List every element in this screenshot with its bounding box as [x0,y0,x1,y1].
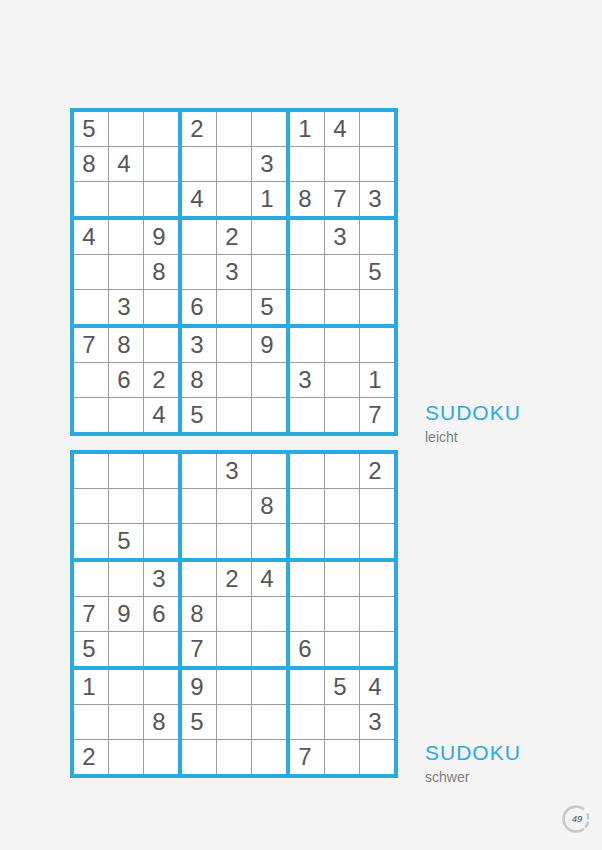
puzzle-title-leicht: SUDOKU [425,401,521,425]
sudoku-cell-r8c2: 6 [109,363,143,397]
sudoku-cell-r2c5[interactable] [217,147,251,181]
sudoku-cell-r3c6[interactable] [252,524,286,558]
sudoku-cell-r4c3: 3 [144,562,178,596]
sudoku-cell-r5c2[interactable] [109,255,143,289]
sudoku-cell-r2c1[interactable] [74,489,108,523]
sudoku-cell-r1c6[interactable] [252,454,286,488]
sudoku-cell-r6c1[interactable] [74,290,108,324]
sudoku-cell-r7c7[interactable] [290,670,324,704]
sudoku-cell-r5c4: 8 [182,597,216,631]
sudoku-cell-r6c3[interactable] [144,632,178,666]
sudoku-cell-r7c1: 1 [74,670,108,704]
sudoku-cell-r6c1: 5 [74,632,108,666]
sudoku-cell-r3c9[interactable] [360,524,394,558]
sudoku-cell-r9c5[interactable] [217,740,251,774]
sudoku-cell-r5c9[interactable] [360,597,394,631]
sudoku-box: 584 [74,112,178,216]
sudoku-cell-r2c8[interactable] [325,489,359,523]
sudoku-cell-r7c2[interactable] [109,670,143,704]
sudoku-cell-r8c2[interactable] [109,705,143,739]
sudoku-cell-r7c3[interactable] [144,670,178,704]
sudoku-cell-r8c3: 2 [144,363,178,397]
sudoku-cell-r9c3: 4 [144,398,178,432]
sudoku-cell-r4c8: 3 [325,220,359,254]
puzzle-title-schwer: SUDOKU [425,741,521,765]
sudoku-cell-r3c5[interactable] [217,524,251,558]
sudoku-cell-r5c3: 6 [144,597,178,631]
sudoku-cell-r5c1: 7 [74,597,108,631]
sudoku-cell-r9c9: 7 [360,398,394,432]
sudoku-cell-r4c2[interactable] [109,562,143,596]
sudoku-box: 37965 [74,562,178,666]
sudoku-box: 95 [182,670,286,774]
sudoku-cell-r6c2[interactable] [109,632,143,666]
sudoku-cell-r1c1: 5 [74,112,108,146]
sudoku-box: 14873 [290,112,394,216]
sudoku-cell-r2c9[interactable] [360,147,394,181]
sudoku-cell-r8c6[interactable] [252,363,286,397]
sudoku-cell-r1c2[interactable] [109,112,143,146]
sudoku-cell-r4c4[interactable] [182,220,216,254]
sudoku-cell-r3c6: 1 [252,182,286,216]
sudoku-box: 5437 [290,670,394,774]
sudoku-cell-r8c8[interactable] [325,705,359,739]
sudoku-cell-r2c2: 4 [109,147,143,181]
sudoku-cell-r3c2: 5 [109,524,143,558]
sudoku-cell-r9c6[interactable] [252,740,286,774]
sudoku-cell-r7c5[interactable] [217,670,251,704]
sudoku-cell-r4c8[interactable] [325,562,359,596]
sudoku-cell-r6c9[interactable] [360,632,394,666]
sudoku-cell-r6c5[interactable] [217,290,251,324]
sudoku-cell-r9c1: 2 [74,740,108,774]
sudoku-cell-r2c7[interactable] [290,147,324,181]
sudoku-cell-r5c2: 9 [109,597,143,631]
sudoku-cell-r2c4[interactable] [182,147,216,181]
sudoku-cell-r6c6: 5 [252,290,286,324]
sudoku-cell-r4c9[interactable] [360,220,394,254]
sudoku-cell-r9c8[interactable] [325,398,359,432]
page-number: 49 [572,813,583,824]
sudoku-cell-r9c4[interactable] [182,740,216,774]
sudoku-cell-r8c4: 5 [182,705,216,739]
sudoku-cell-r4c9[interactable] [360,562,394,596]
sudoku-cell-r6c8[interactable] [325,632,359,666]
sudoku-cell-r1c9: 2 [360,454,394,488]
sudoku-cell-r3c8: 7 [325,182,359,216]
sudoku-cell-r3c7[interactable] [290,524,324,558]
sudoku-cell-r5c1[interactable] [74,255,108,289]
sudoku-cell-r9c3[interactable] [144,740,178,774]
sudoku-cell-r2c6: 8 [252,489,286,523]
sudoku-cell-r8c9: 1 [360,363,394,397]
sudoku-cell-r3c2[interactable] [109,182,143,216]
sudoku-grid-schwer: 53823796524876182955437 [70,450,398,778]
sudoku-cell-r1c1[interactable] [74,454,108,488]
sudoku-box: 38 [182,454,286,558]
sudoku-cell-r5c5[interactable] [217,597,251,631]
sudoku-cell-r7c4: 9 [182,670,216,704]
sudoku-cell-r2c8[interactable] [325,147,359,181]
sudoku-cell-r4c1[interactable] [74,562,108,596]
sudoku-cell-r1c5: 3 [217,454,251,488]
sudoku-cell-r1c5[interactable] [217,112,251,146]
sudoku-cell-r5c4[interactable] [182,255,216,289]
sudoku-cell-r3c4[interactable] [182,524,216,558]
sudoku-cell-r9c7[interactable] [290,398,324,432]
sudoku-cell-r4c6[interactable] [252,220,286,254]
puzzle-difficulty-schwer: schwer [425,769,521,785]
sudoku-cell-r3c9: 3 [360,182,394,216]
sudoku-cell-r9c1[interactable] [74,398,108,432]
sudoku-cell-r7c6: 9 [252,328,286,362]
sudoku-cell-r6c5[interactable] [217,632,251,666]
sudoku-cell-r9c7: 7 [290,740,324,774]
sudoku-cell-r1c7: 1 [290,112,324,146]
sudoku-box: 317 [290,328,394,432]
sudoku-cell-r1c2[interactable] [109,454,143,488]
sudoku-box: 3985 [182,328,286,432]
sudoku-cell-r9c8[interactable] [325,740,359,774]
sudoku-cell-r4c7[interactable] [290,220,324,254]
sudoku-cell-r2c5[interactable] [217,489,251,523]
sudoku-cell-r9c2[interactable] [109,740,143,774]
sudoku-cell-r8c7[interactable] [290,705,324,739]
sudoku-cell-r3c3[interactable] [144,524,178,558]
sudoku-cell-r2c6: 3 [252,147,286,181]
sudoku-cell-r3c8[interactable] [325,524,359,558]
sudoku-cell-r2c1: 8 [74,147,108,181]
sudoku-cell-r8c5[interactable] [217,705,251,739]
sudoku-cell-r1c4: 2 [182,112,216,146]
sudoku-cell-r4c1: 4 [74,220,108,254]
sudoku-cell-r4c6: 4 [252,562,286,596]
sudoku-cell-r4c5: 2 [217,220,251,254]
sudoku-cell-r6c7: 6 [290,632,324,666]
sudoku-cell-r3c3[interactable] [144,182,178,216]
sudoku-cell-r5c7[interactable] [290,255,324,289]
sudoku-cell-r5c6[interactable] [252,255,286,289]
sudoku-cell-r8c9: 3 [360,705,394,739]
sudoku-cell-r7c8: 5 [325,670,359,704]
sudoku-cell-r7c8[interactable] [325,328,359,362]
sudoku-box: 2 [290,454,394,558]
sudoku-box: 6 [290,562,394,666]
sudoku-cell-r1c3[interactable] [144,112,178,146]
sudoku-cell-r3c1[interactable] [74,524,108,558]
sudoku-box: 35 [290,220,394,324]
sudoku-cell-r6c6[interactable] [252,632,286,666]
sudoku-cell-r4c5: 2 [217,562,251,596]
sudoku-box: 78624 [74,328,178,432]
sudoku-cell-r7c1: 7 [74,328,108,362]
sudoku-box: 4983 [74,220,178,324]
sudoku-cell-r7c4: 3 [182,328,216,362]
sudoku-cell-r8c6[interactable] [252,705,286,739]
sudoku-cell-r5c3: 8 [144,255,178,289]
sudoku-cell-r1c4[interactable] [182,454,216,488]
sudoku-cell-r2c3[interactable] [144,489,178,523]
sudoku-cell-r3c5[interactable] [217,182,251,216]
sudoku-cell-r6c9[interactable] [360,290,394,324]
sudoku-cell-r6c2: 3 [109,290,143,324]
sudoku-cell-r2c2[interactable] [109,489,143,523]
sudoku-cell-r4c4[interactable] [182,562,216,596]
sudoku-cell-r6c3[interactable] [144,290,178,324]
sudoku-cell-r5c5: 3 [217,255,251,289]
sudoku-cell-r7c7[interactable] [290,328,324,362]
sudoku-cell-r5c6[interactable] [252,597,286,631]
sudoku-cell-r7c3[interactable] [144,328,178,362]
sudoku-cell-r9c4: 5 [182,398,216,432]
sudoku-cell-r7c2: 8 [109,328,143,362]
sudoku-cell-r6c4: 7 [182,632,216,666]
sudoku-cell-r9c2[interactable] [109,398,143,432]
sudoku-cell-r8c7: 3 [290,363,324,397]
sudoku-cell-r7c6[interactable] [252,670,286,704]
page-number-badge: 49 [560,803,592,835]
sudoku-cell-r8c1[interactable] [74,363,108,397]
sudoku-cell-r1c8[interactable] [325,454,359,488]
sudoku-cell-r6c4: 6 [182,290,216,324]
sudoku-cell-r5c7[interactable] [290,597,324,631]
sudoku-cell-r6c8[interactable] [325,290,359,324]
sudoku-cell-r9c5[interactable] [217,398,251,432]
sudoku-cell-r1c6[interactable] [252,112,286,146]
sudoku-cell-r1c8: 4 [325,112,359,146]
sudoku-cell-r2c3[interactable] [144,147,178,181]
sudoku-box: 182 [74,670,178,774]
sudoku-cell-r2c4[interactable] [182,489,216,523]
sudoku-cell-r7c9: 4 [360,670,394,704]
sudoku-cell-r7c9[interactable] [360,328,394,362]
sudoku-cell-r8c5[interactable] [217,363,251,397]
sudoku-cell-r2c9[interactable] [360,489,394,523]
sudoku-cell-r1c3[interactable] [144,454,178,488]
sudoku-cell-r5c8[interactable] [325,597,359,631]
sudoku-cell-r3c4: 4 [182,182,216,216]
sudoku-box: 2365 [182,220,286,324]
sudoku-box: 2341 [182,112,286,216]
sudoku-cell-r8c3: 8 [144,705,178,739]
sudoku-cell-r8c8[interactable] [325,363,359,397]
sudoku-cell-r3c7: 8 [290,182,324,216]
sudoku-box: 2487 [182,562,286,666]
sudoku-cell-r8c1[interactable] [74,705,108,739]
sudoku-cell-r2c7[interactable] [290,489,324,523]
sudoku-cell-r9c9[interactable] [360,740,394,774]
sudoku-cell-r4c7[interactable] [290,562,324,596]
puzzle-label-leicht: SUDOKU leicht [425,401,521,445]
puzzle-difficulty-leicht: leicht [425,429,521,445]
sudoku-cell-r7c5[interactable] [217,328,251,362]
puzzle-label-schwer: SUDOKU schwer [425,741,521,785]
sudoku-cell-r9c6[interactable] [252,398,286,432]
sudoku-cell-r4c2[interactable] [109,220,143,254]
sudoku-cell-r1c9[interactable] [360,112,394,146]
sudoku-cell-r6c7[interactable] [290,290,324,324]
sudoku-cell-r5c8[interactable] [325,255,359,289]
sudoku-box: 5 [74,454,178,558]
page: 5842341148734983236535786243985317 SUDOK… [0,0,602,850]
sudoku-grid-leicht: 5842341148734983236535786243985317 [70,108,398,436]
sudoku-cell-r5c9: 5 [360,255,394,289]
sudoku-cell-r1c7[interactable] [290,454,324,488]
sudoku-cell-r3c1[interactable] [74,182,108,216]
sudoku-cell-r4c3: 9 [144,220,178,254]
sudoku-cell-r8c4: 8 [182,363,216,397]
